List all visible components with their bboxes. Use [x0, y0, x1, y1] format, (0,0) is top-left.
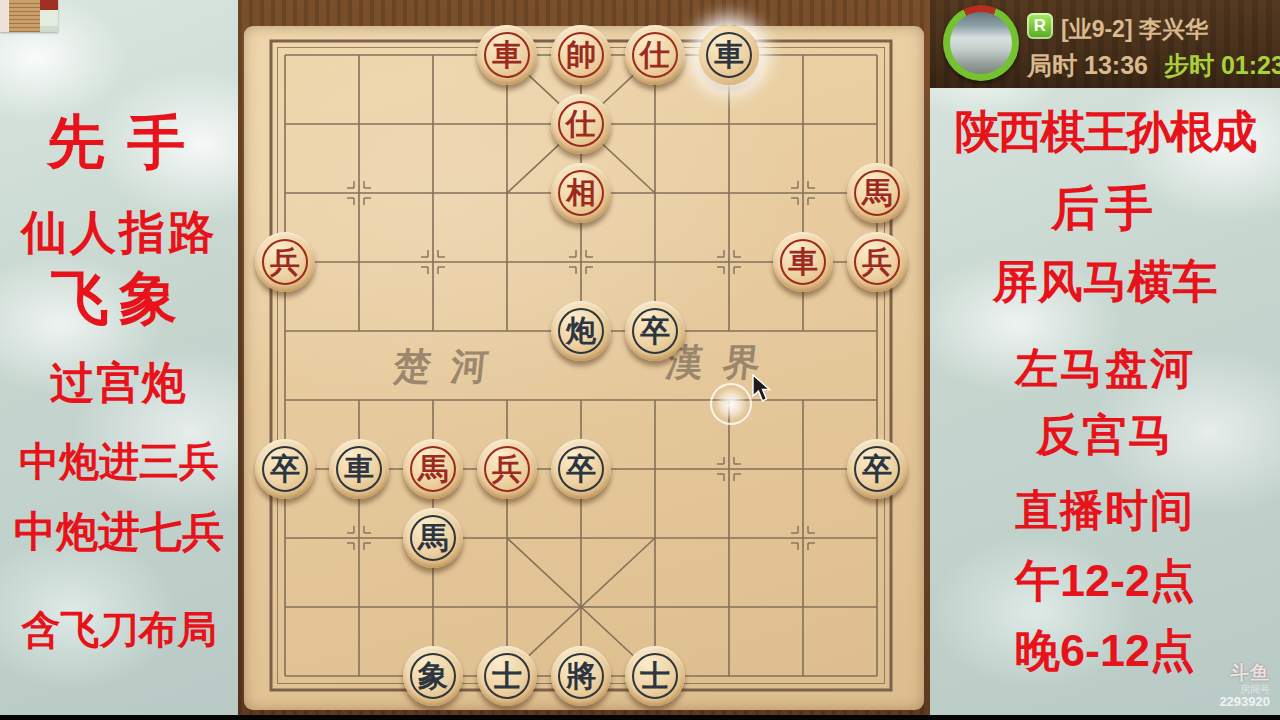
piece-black-soldier[interactable]: 卒 [551, 439, 611, 499]
piece-red-chariot[interactable]: 車 [773, 232, 833, 292]
piece-red-general[interactable]: 帥 [551, 25, 611, 85]
piece-red-soldier[interactable]: 兵 [477, 439, 537, 499]
piece-red-elephant[interactable]: 相 [551, 163, 611, 223]
caption-opening-4: 中炮进三兵 [0, 440, 238, 482]
pip-left-strip [0, 0, 9, 32]
game-time-value: 13:36 [1084, 51, 1148, 80]
piece-glyph: 馬 [410, 515, 456, 561]
piece-glyph: 馬 [854, 170, 900, 216]
piece-glyph: 兵 [854, 239, 900, 285]
piece-black-advisor[interactable]: 士 [625, 646, 685, 706]
piece-glyph: 兵 [484, 446, 530, 492]
piece-black-elephant[interactable]: 象 [403, 646, 463, 706]
piece-glyph: 卒 [632, 308, 678, 354]
piece-red-horse[interactable]: 馬 [847, 163, 907, 223]
click-effect [710, 383, 752, 425]
pip-thumbnail [0, 0, 58, 32]
piece-red-advisor[interactable]: 仕 [551, 94, 611, 154]
piece-black-chariot[interactable]: 車 [699, 25, 759, 85]
piece-black-soldier[interactable]: 卒 [625, 301, 685, 361]
piece-black-advisor[interactable]: 士 [477, 646, 537, 706]
piece-black-cannon[interactable]: 炮 [551, 301, 611, 361]
avatar-photo [950, 12, 1012, 74]
douyu-logo: 斗鱼 [1219, 662, 1270, 684]
piece-glyph: 士 [484, 653, 530, 699]
piece-black-soldier[interactable]: 卒 [255, 439, 315, 499]
piece-glyph: 相 [558, 170, 604, 216]
left-caption-panel: 先手 仙人指路 飞象 过宫炮 中炮进三兵 中炮进七兵 含飞刀布局 [0, 0, 238, 720]
douyu-watermark: 斗鱼 房间号 2293920 [1219, 662, 1270, 710]
piece-red-horse[interactable]: 馬 [403, 439, 463, 499]
piece-red-chariot[interactable]: 車 [477, 25, 537, 85]
piece-black-chariot[interactable]: 車 [329, 439, 389, 499]
board-grid[interactable]: 車帥仕車仕相馬兵車兵炮卒卒車馬兵卒卒馬象士將士 [248, 20, 914, 710]
piece-glyph: 卒 [558, 446, 604, 492]
piece-glyph: 仕 [632, 32, 678, 78]
piece-glyph: 車 [336, 446, 382, 492]
cursor-icon [752, 374, 774, 404]
piece-black-general[interactable]: 將 [551, 646, 611, 706]
right-caption-panel: 陕西棋王孙根成 后手 屏风马横车 左马盘河 反宫马 直播时间 午12-2点 晚6… [930, 0, 1280, 720]
caption-opening-2: 飞象 [0, 268, 238, 329]
piece-glyph: 炮 [558, 308, 604, 354]
game-time-label: 局时 [1027, 49, 1077, 82]
caption-second-move: 后手 [930, 184, 1280, 234]
player-info-bar: R [业9-2] 李兴华 局时 13:36 步时 01:23 [930, 0, 1280, 88]
rating-badge-icon: R [1027, 13, 1053, 39]
piece-glyph: 象 [410, 653, 456, 699]
stream-frame: 先手 仙人指路 飞象 过宫炮 中炮进三兵 中炮进七兵 含飞刀布局 楚河 漢界 車… [0, 0, 1280, 720]
pip-right-strip [40, 0, 58, 32]
piece-red-advisor[interactable]: 仕 [625, 25, 685, 85]
piece-glyph: 兵 [262, 239, 308, 285]
move-time-value: 01:23 [1221, 51, 1280, 80]
caption-defense-1: 屏风马横车 [930, 258, 1280, 305]
piece-glyph: 車 [706, 32, 752, 78]
clock-row: 局时 13:36 步时 01:23 [1027, 49, 1280, 82]
piece-red-soldier[interactable]: 兵 [847, 232, 907, 292]
player-name: [业9-2] 李兴华 [1061, 14, 1208, 45]
piece-glyph: 帥 [558, 32, 604, 78]
room-number: 2293920 [1219, 695, 1270, 710]
caption-defense-3: 反宫马 [930, 412, 1280, 458]
caption-opening-6: 含飞刀布局 [0, 610, 238, 651]
pip-mini-board [9, 0, 40, 32]
piece-glyph: 車 [484, 32, 530, 78]
piece-black-soldier[interactable]: 卒 [847, 439, 907, 499]
caption-opponent: 陕西棋王孙根成 [930, 108, 1280, 155]
piece-red-soldier[interactable]: 兵 [255, 232, 315, 292]
piece-glyph: 將 [558, 653, 604, 699]
caption-opening-5: 中炮进七兵 [0, 510, 238, 554]
piece-glyph: 卒 [262, 446, 308, 492]
caption-schedule-noon: 午12-2点 [930, 557, 1280, 604]
caption-opening-1: 仙人指路 [0, 208, 238, 256]
caption-first-move: 先手 [8, 112, 246, 173]
piece-glyph: 車 [780, 239, 826, 285]
piece-glyph: 仕 [558, 101, 604, 147]
letterbox-bottom [0, 715, 1280, 720]
piece-glyph: 馬 [410, 446, 456, 492]
caption-opening-3: 过宫炮 [0, 360, 238, 406]
board-panel: 楚河 漢界 車帥仕車仕相馬兵車兵炮卒卒車馬兵卒卒馬象士將士 [238, 0, 930, 720]
piece-glyph: 士 [632, 653, 678, 699]
avatar[interactable] [943, 5, 1019, 81]
move-time-label: 步时 [1164, 49, 1214, 82]
caption-schedule-title: 直播时间 [930, 488, 1280, 533]
caption-defense-2: 左马盘河 [930, 346, 1280, 391]
piece-glyph: 卒 [854, 446, 900, 492]
piece-black-horse[interactable]: 馬 [403, 508, 463, 568]
